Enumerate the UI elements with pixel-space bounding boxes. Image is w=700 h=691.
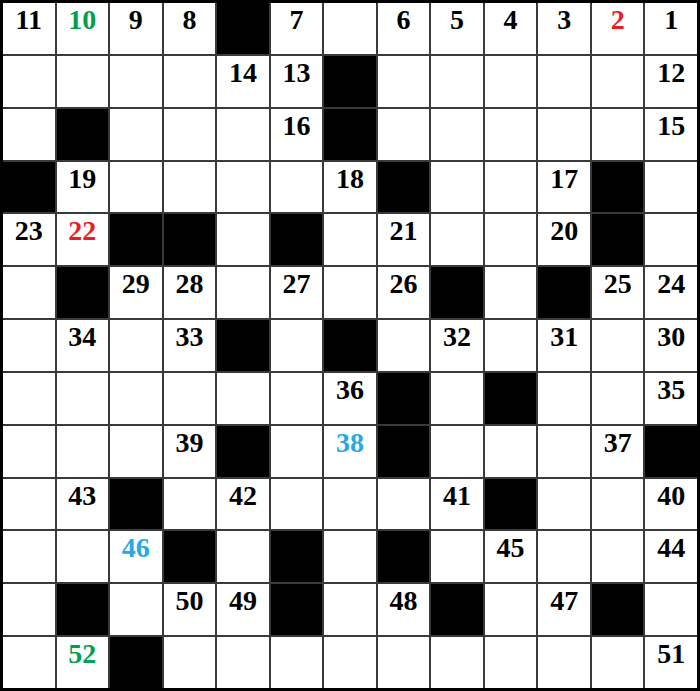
- letter-cell-r11-c2[interactable]: [110, 584, 162, 635]
- letter-cell-r2-c2[interactable]: [110, 109, 162, 160]
- letter-cell-r6-c9[interactable]: [485, 320, 537, 371]
- letter-cell-r1-c2[interactable]: [110, 56, 162, 107]
- letter-cell-r12-c7[interactable]: [378, 637, 430, 688]
- letter-cell-r4-c7[interactable]: 21: [378, 214, 430, 265]
- letter-cell-r7-c2[interactable]: [110, 373, 162, 424]
- blocked-cell-r9-c9: [485, 479, 537, 530]
- clue-number-11: 11: [16, 3, 42, 34]
- clue-number-35: 35: [657, 373, 685, 404]
- letter-cell-r12-c3[interactable]: [164, 637, 216, 688]
- letter-cell-r2-c7[interactable]: [378, 109, 430, 160]
- letter-cell-r12-c12[interactable]: 51: [645, 637, 697, 688]
- letter-cell-r1-c10[interactable]: [538, 56, 590, 107]
- letter-cell-r0-c2[interactable]: 9: [110, 3, 162, 54]
- letter-cell-r5-c9[interactable]: [485, 267, 537, 318]
- letter-cell-r2-c10[interactable]: [538, 109, 590, 160]
- letter-cell-r6-c3[interactable]: 33: [164, 320, 216, 371]
- letter-cell-r0-c10[interactable]: 3: [538, 3, 590, 54]
- letter-cell-r3-c9[interactable]: [485, 162, 537, 213]
- letter-cell-r3-c12[interactable]: [645, 162, 697, 213]
- clue-number-7: 7: [289, 3, 303, 34]
- clue-number-37: 37: [604, 426, 632, 457]
- letter-cell-r8-c1[interactable]: [57, 426, 109, 477]
- clue-number-46: 46: [122, 531, 150, 562]
- clue-number-9: 9: [129, 3, 143, 34]
- clue-number-42: 42: [229, 479, 257, 510]
- letter-cell-r12-c1[interactable]: 52: [57, 637, 109, 688]
- blocked-cell-r3-c0: [3, 162, 55, 213]
- letter-cell-r4-c0[interactable]: 23: [3, 214, 55, 265]
- clue-number-38: 38: [336, 426, 364, 457]
- blocked-cell-r1-c6: [324, 56, 376, 107]
- letter-cell-r3-c4[interactable]: [217, 162, 269, 213]
- letter-cell-r10-c10[interactable]: [538, 531, 590, 582]
- letter-cell-r9-c5[interactable]: [271, 479, 323, 530]
- letter-cell-r1-c3[interactable]: [164, 56, 216, 107]
- clue-number-27: 27: [282, 267, 310, 298]
- clue-number-45: 45: [497, 531, 525, 562]
- blocked-cell-r0-c4: [217, 3, 269, 54]
- clue-number-41: 41: [443, 479, 471, 510]
- letter-cell-r2-c3[interactable]: [164, 109, 216, 160]
- letter-cell-r4-c8[interactable]: [431, 214, 483, 265]
- letter-cell-r5-c7[interactable]: 26: [378, 267, 430, 318]
- clue-number-50: 50: [175, 584, 203, 615]
- blocked-cell-r7-c9: [485, 373, 537, 424]
- letter-cell-r0-c1[interactable]: 10: [57, 3, 109, 54]
- clue-number-51: 51: [657, 637, 685, 668]
- letter-cell-r9-c7[interactable]: [378, 479, 430, 530]
- blocked-cell-r9-c2: [110, 479, 162, 530]
- blocked-cell-r4-c3: [164, 214, 216, 265]
- letter-cell-r1-c4[interactable]: 14: [217, 56, 269, 107]
- letter-cell-r0-c6[interactable]: [324, 3, 376, 54]
- clue-number-30: 30: [657, 320, 685, 351]
- letter-cell-r2-c8[interactable]: [431, 109, 483, 160]
- letter-cell-r2-c5[interactable]: 16: [271, 109, 323, 160]
- clue-number-14: 14: [229, 56, 257, 87]
- letter-cell-r2-c12[interactable]: 15: [645, 109, 697, 160]
- letter-cell-r11-c4[interactable]: 49: [217, 584, 269, 635]
- letter-cell-r2-c11[interactable]: [592, 109, 644, 160]
- letter-cell-r6-c5[interactable]: [271, 320, 323, 371]
- letter-cell-r4-c1[interactable]: 22: [57, 214, 109, 265]
- letter-cell-r11-c9[interactable]: [485, 584, 537, 635]
- letter-cell-r8-c2[interactable]: [110, 426, 162, 477]
- letter-cell-r4-c6[interactable]: [324, 214, 376, 265]
- blocked-cell-r5-c8: [431, 267, 483, 318]
- letter-cell-r0-c0[interactable]: 11: [3, 3, 55, 54]
- blocked-cell-r4-c11: [592, 214, 644, 265]
- letter-cell-r7-c12[interactable]: 35: [645, 373, 697, 424]
- clue-number-24: 24: [657, 267, 685, 298]
- clue-number-21: 21: [390, 214, 418, 245]
- letter-cell-r0-c9[interactable]: 4: [485, 3, 537, 54]
- blocked-cell-r11-c11: [592, 584, 644, 635]
- letter-cell-r7-c5[interactable]: [271, 373, 323, 424]
- blocked-cell-r2-c1: [57, 109, 109, 160]
- blocked-cell-r3-c7: [378, 162, 430, 213]
- blocked-cell-r12-c2: [110, 637, 162, 688]
- letter-cell-r1-c9[interactable]: [485, 56, 537, 107]
- letter-cell-r4-c4[interactable]: [217, 214, 269, 265]
- letter-cell-r8-c3[interactable]: 39: [164, 426, 216, 477]
- letter-cell-r9-c4[interactable]: 42: [217, 479, 269, 530]
- letter-cell-r7-c3[interactable]: [164, 373, 216, 424]
- letter-cell-r7-c8[interactable]: [431, 373, 483, 424]
- letter-cell-r0-c3[interactable]: 8: [164, 3, 216, 54]
- clue-number-23: 23: [15, 214, 43, 245]
- blocked-cell-r4-c2: [110, 214, 162, 265]
- clue-number-31: 31: [550, 320, 578, 351]
- blocked-cell-r11-c5: [271, 584, 323, 635]
- letter-cell-r3-c6[interactable]: 18: [324, 162, 376, 213]
- clue-number-2: 2: [611, 3, 625, 34]
- clue-number-49: 49: [229, 584, 257, 615]
- letter-cell-r10-c6[interactable]: [324, 531, 376, 582]
- letter-cell-r4-c12[interactable]: [645, 214, 697, 265]
- clue-number-19: 19: [68, 162, 96, 193]
- blocked-cell-r10-c7: [378, 531, 430, 582]
- letter-cell-r7-c1[interactable]: [57, 373, 109, 424]
- blocked-cell-r10-c3: [164, 531, 216, 582]
- clue-number-10: 10: [68, 3, 96, 34]
- letter-cell-r6-c12[interactable]: 30: [645, 320, 697, 371]
- letter-cell-r3-c2[interactable]: [110, 162, 162, 213]
- clue-number-20: 20: [550, 214, 578, 245]
- blocked-cell-r10-c5: [271, 531, 323, 582]
- clue-number-13: 13: [282, 56, 310, 87]
- letter-cell-r2-c4[interactable]: [217, 109, 269, 160]
- letter-cell-r6-c2[interactable]: [110, 320, 162, 371]
- letter-cell-r2-c9[interactable]: [485, 109, 537, 160]
- clue-number-32: 32: [443, 320, 471, 351]
- letter-cell-r7-c0[interactable]: [3, 373, 55, 424]
- letter-cell-r5-c0[interactable]: [3, 267, 55, 318]
- letter-cell-r0-c8[interactable]: 5: [431, 3, 483, 54]
- letter-cell-r7-c4[interactable]: [217, 373, 269, 424]
- letter-cell-r5-c6[interactable]: [324, 267, 376, 318]
- letter-cell-r12-c10[interactable]: [538, 637, 590, 688]
- clue-number-3: 3: [557, 3, 571, 34]
- letter-cell-r9-c3[interactable]: [164, 479, 216, 530]
- letter-cell-r9-c6[interactable]: [324, 479, 376, 530]
- clue-number-43: 43: [68, 479, 96, 510]
- letter-cell-r12-c5[interactable]: [271, 637, 323, 688]
- letter-cell-r1-c0[interactable]: [3, 56, 55, 107]
- letter-cell-r10-c2[interactable]: 46: [110, 531, 162, 582]
- letter-cell-r12-c0[interactable]: [3, 637, 55, 688]
- letter-cell-r10-c9[interactable]: 45: [485, 531, 537, 582]
- letter-cell-r5-c12[interactable]: 24: [645, 267, 697, 318]
- letter-cell-r11-c3[interactable]: 50: [164, 584, 216, 635]
- letter-cell-r4-c10[interactable]: 20: [538, 214, 590, 265]
- clue-number-8: 8: [182, 3, 196, 34]
- clue-number-36: 36: [336, 373, 364, 404]
- clue-number-22: 22: [68, 214, 96, 245]
- blocked-cell-r8-c7: [378, 426, 430, 477]
- clue-number-16: 16: [282, 109, 310, 140]
- clue-number-26: 26: [390, 267, 418, 298]
- blocked-cell-r6-c4: [217, 320, 269, 371]
- clue-number-44: 44: [657, 531, 685, 562]
- letter-cell-r5-c11[interactable]: 25: [592, 267, 644, 318]
- letter-cell-r6-c7[interactable]: [378, 320, 430, 371]
- letter-cell-r3-c5[interactable]: [271, 162, 323, 213]
- letter-cell-r5-c2[interactable]: 29: [110, 267, 162, 318]
- blocked-cell-r2-c6: [324, 109, 376, 160]
- blocked-cell-r8-c4: [217, 426, 269, 477]
- blocked-cell-r3-c11: [592, 162, 644, 213]
- blocked-cell-r5-c10: [538, 267, 590, 318]
- blocked-cell-r5-c1: [57, 267, 109, 318]
- blocked-cell-r8-c12: [645, 426, 697, 477]
- letter-cell-r3-c3[interactable]: [164, 162, 216, 213]
- letter-cell-r8-c11[interactable]: 37: [592, 426, 644, 477]
- letter-cell-r10-c8[interactable]: [431, 531, 483, 582]
- letter-cell-r12-c11[interactable]: [592, 637, 644, 688]
- letter-cell-r11-c12[interactable]: [645, 584, 697, 635]
- letter-cell-r0-c12[interactable]: 1: [645, 3, 697, 54]
- letter-cell-r9-c1[interactable]: 43: [57, 479, 109, 530]
- letter-cell-r8-c9[interactable]: [485, 426, 537, 477]
- letter-cell-r1-c12[interactable]: 12: [645, 56, 697, 107]
- blocked-cell-r11-c1: [57, 584, 109, 635]
- letter-cell-r8-c5[interactable]: [271, 426, 323, 477]
- clue-number-5: 5: [450, 3, 464, 34]
- letter-cell-r3-c8[interactable]: [431, 162, 483, 213]
- clue-number-52: 52: [68, 637, 96, 668]
- letter-cell-r5-c5[interactable]: 27: [271, 267, 323, 318]
- letter-cell-r1-c11[interactable]: [592, 56, 644, 107]
- clue-number-6: 6: [397, 3, 411, 34]
- letter-cell-r8-c10[interactable]: [538, 426, 590, 477]
- letter-cell-r6-c10[interactable]: 31: [538, 320, 590, 371]
- blocked-cell-r4-c5: [271, 214, 323, 265]
- letter-cell-r10-c0[interactable]: [3, 531, 55, 582]
- letter-cell-r6-c0[interactable]: [3, 320, 55, 371]
- clue-number-18: 18: [336, 162, 364, 193]
- letter-cell-r10-c1[interactable]: [57, 531, 109, 582]
- clue-number-29: 29: [122, 267, 150, 298]
- letter-cell-r9-c8[interactable]: 41: [431, 479, 483, 530]
- letter-cell-r10-c11[interactable]: [592, 531, 644, 582]
- letter-cell-r3-c1[interactable]: 19: [57, 162, 109, 213]
- letter-cell-r1-c5[interactable]: 13: [271, 56, 323, 107]
- crossword-grid: 1110987654321141312161519181723222120292…: [0, 0, 700, 691]
- letter-cell-r1-c1[interactable]: [57, 56, 109, 107]
- letter-cell-r10-c4[interactable]: [217, 531, 269, 582]
- letter-cell-r7-c11[interactable]: [592, 373, 644, 424]
- letter-cell-r12-c8[interactable]: [431, 637, 483, 688]
- letter-cell-r10-c12[interactable]: 44: [645, 531, 697, 582]
- clue-number-4: 4: [504, 3, 518, 34]
- clue-number-33: 33: [175, 320, 203, 351]
- letter-cell-r0-c5[interactable]: 7: [271, 3, 323, 54]
- letter-cell-r8-c8[interactable]: [431, 426, 483, 477]
- letter-cell-r4-c9[interactable]: [485, 214, 537, 265]
- clue-number-12: 12: [657, 56, 685, 87]
- letter-cell-r5-c4[interactable]: [217, 267, 269, 318]
- letter-cell-r12-c4[interactable]: [217, 637, 269, 688]
- letter-cell-r6-c1[interactable]: 34: [57, 320, 109, 371]
- clue-number-28: 28: [175, 267, 203, 298]
- letter-cell-r9-c12[interactable]: 40: [645, 479, 697, 530]
- letter-cell-r3-c10[interactable]: 17: [538, 162, 590, 213]
- letter-cell-r9-c0[interactable]: [3, 479, 55, 530]
- letter-cell-r12-c9[interactable]: [485, 637, 537, 688]
- letter-cell-r6-c11[interactable]: [592, 320, 644, 371]
- letter-cell-r11-c7[interactable]: 48: [378, 584, 430, 635]
- letter-cell-r9-c10[interactable]: [538, 479, 590, 530]
- clue-number-17: 17: [550, 162, 578, 193]
- blocked-cell-r6-c6: [324, 320, 376, 371]
- letter-cell-r5-c3[interactable]: 28: [164, 267, 216, 318]
- clue-number-48: 48: [390, 584, 418, 615]
- clue-number-39: 39: [175, 426, 203, 457]
- letter-cell-r7-c10[interactable]: [538, 373, 590, 424]
- clue-number-47: 47: [550, 584, 578, 615]
- blocked-cell-r11-c8: [431, 584, 483, 635]
- letter-cell-r0-c7[interactable]: 6: [378, 3, 430, 54]
- clue-number-34: 34: [68, 320, 96, 351]
- letter-cell-r8-c0[interactable]: [3, 426, 55, 477]
- letter-cell-r2-c0[interactable]: [3, 109, 55, 160]
- letter-cell-r12-c6[interactable]: [324, 637, 376, 688]
- letter-cell-r11-c6[interactable]: [324, 584, 376, 635]
- clue-number-25: 25: [604, 267, 632, 298]
- letter-cell-r0-c11[interactable]: 2: [592, 3, 644, 54]
- letter-cell-r9-c11[interactable]: [592, 479, 644, 530]
- clue-number-15: 15: [657, 109, 685, 140]
- letter-cell-r6-c8[interactable]: 32: [431, 320, 483, 371]
- letter-cell-r7-c6[interactable]: 36: [324, 373, 376, 424]
- letter-cell-r11-c0[interactable]: [3, 584, 55, 635]
- letter-cell-r11-c10[interactable]: 47: [538, 584, 590, 635]
- letter-cell-r1-c8[interactable]: [431, 56, 483, 107]
- letter-cell-r1-c7[interactable]: [378, 56, 430, 107]
- letter-cell-r8-c6[interactable]: 38: [324, 426, 376, 477]
- blocked-cell-r7-c7: [378, 373, 430, 424]
- clue-number-40: 40: [657, 479, 685, 510]
- clue-number-1: 1: [664, 3, 678, 34]
